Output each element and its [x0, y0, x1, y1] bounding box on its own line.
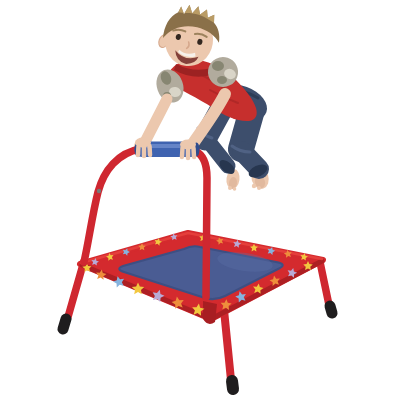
trampoline	[63, 233, 332, 389]
camo-patch	[217, 76, 227, 84]
pad-corner-flap	[203, 301, 217, 324]
handlebar-left-tube	[84, 149, 140, 262]
scene-svg	[0, 0, 400, 400]
trampoline-right-foot	[330, 306, 332, 313]
boy-left-toes-2	[233, 187, 237, 191]
handlebar-hinge	[97, 189, 101, 193]
trampoline-right-leg	[320, 262, 329, 305]
boy-head	[155, 1, 224, 71]
camo-patch	[212, 61, 224, 71]
boy-right-toes	[252, 184, 256, 188]
trampoline-front-foot	[232, 381, 233, 389]
boy-left-toes	[228, 186, 232, 190]
trampoline-front-leg	[224, 310, 231, 380]
boy-left-finger-set	[138, 146, 150, 156]
boy-right-finger-set	[182, 148, 194, 158]
trampoline-pad	[80, 233, 323, 324]
product-photo	[0, 0, 400, 400]
boy-left-fingers	[135, 138, 151, 157]
boy-right-fingers	[180, 140, 196, 159]
trampoline-left-leg	[68, 261, 84, 317]
trampoline-left-foot	[63, 319, 66, 329]
boy-right-toes-2	[257, 186, 261, 190]
